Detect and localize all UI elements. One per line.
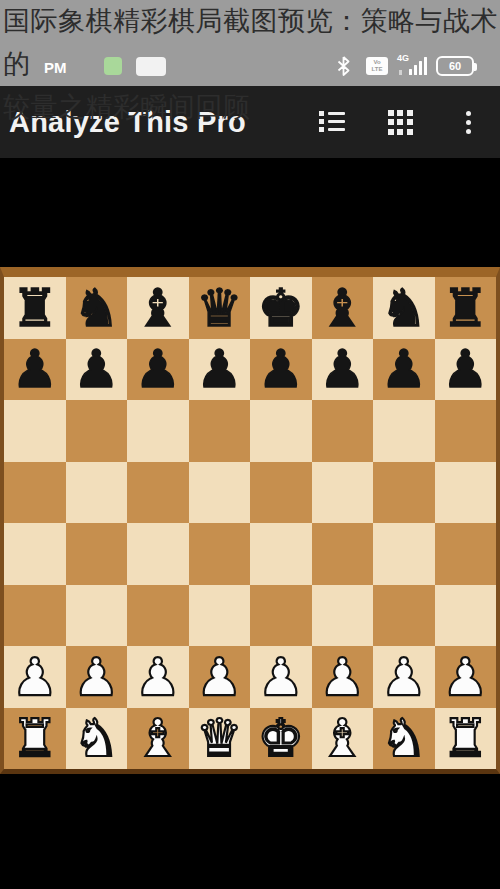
square-d2[interactable]: ♟ (189, 646, 251, 708)
square-e3[interactable] (250, 585, 312, 647)
caption-banner: PM Vo LTE 4G 60 国际象棋精彩棋局截 (0, 0, 500, 86)
square-g6[interactable] (373, 400, 435, 462)
square-b2[interactable]: ♟ (66, 646, 128, 708)
white-rook: ♜ (442, 712, 489, 764)
black-pawn: ♟ (257, 343, 304, 395)
white-king: ♚ (257, 712, 304, 764)
black-king: ♚ (257, 282, 304, 334)
white-pawn: ♟ (73, 651, 120, 703)
caption-line-1: 国际象棋精彩棋局截图预览：策略与战术的 (3, 0, 500, 86)
square-a4[interactable] (4, 523, 66, 585)
black-pawn: ♟ (380, 343, 427, 395)
chess-board: ♜♞♝♛♚♝♞♜♟♟♟♟♟♟♟♟♟♟♟♟♟♟♟♟♜♞♝♛♚♝♞♜ (0, 267, 500, 774)
square-f1[interactable]: ♝ (312, 708, 374, 770)
square-e7[interactable]: ♟ (250, 339, 312, 401)
white-pawn: ♟ (11, 651, 58, 703)
square-e5[interactable] (250, 462, 312, 524)
square-d6[interactable] (189, 400, 251, 462)
black-rook: ♜ (442, 282, 489, 334)
square-b7[interactable]: ♟ (66, 339, 128, 401)
square-d1[interactable]: ♛ (189, 708, 251, 770)
black-pawn: ♟ (11, 343, 58, 395)
black-pawn: ♟ (134, 343, 181, 395)
square-c5[interactable] (127, 462, 189, 524)
black-bishop: ♝ (134, 282, 181, 334)
square-b4[interactable] (66, 523, 128, 585)
square-d7[interactable]: ♟ (189, 339, 251, 401)
square-b1[interactable]: ♞ (66, 708, 128, 770)
square-h2[interactable]: ♟ (435, 646, 497, 708)
white-pawn: ♟ (442, 651, 489, 703)
square-b8[interactable]: ♞ (66, 277, 128, 339)
square-b6[interactable] (66, 400, 128, 462)
square-f2[interactable]: ♟ (312, 646, 374, 708)
square-g4[interactable] (373, 523, 435, 585)
black-knight: ♞ (73, 282, 120, 334)
white-pawn: ♟ (380, 651, 427, 703)
square-h8[interactable]: ♜ (435, 277, 497, 339)
square-d4[interactable] (189, 523, 251, 585)
white-knight: ♞ (380, 712, 427, 764)
square-e1[interactable]: ♚ (250, 708, 312, 770)
white-bishop: ♝ (134, 712, 181, 764)
white-rook: ♜ (11, 712, 58, 764)
square-g8[interactable]: ♞ (373, 277, 435, 339)
black-pawn: ♟ (442, 343, 489, 395)
black-queen: ♛ (196, 282, 243, 334)
square-c8[interactable]: ♝ (127, 277, 189, 339)
square-h3[interactable] (435, 585, 497, 647)
square-d3[interactable] (189, 585, 251, 647)
white-pawn: ♟ (319, 651, 366, 703)
white-pawn: ♟ (134, 651, 181, 703)
square-a2[interactable]: ♟ (4, 646, 66, 708)
black-pawn: ♟ (73, 343, 120, 395)
square-f5[interactable] (312, 462, 374, 524)
square-h1[interactable]: ♜ (435, 708, 497, 770)
square-c1[interactable]: ♝ (127, 708, 189, 770)
square-h7[interactable]: ♟ (435, 339, 497, 401)
square-f6[interactable] (312, 400, 374, 462)
square-h4[interactable] (435, 523, 497, 585)
black-pawn: ♟ (319, 343, 366, 395)
square-g1[interactable]: ♞ (373, 708, 435, 770)
square-d5[interactable] (189, 462, 251, 524)
square-d8[interactable]: ♛ (189, 277, 251, 339)
white-pawn: ♟ (196, 651, 243, 703)
square-g5[interactable] (373, 462, 435, 524)
square-e8[interactable]: ♚ (250, 277, 312, 339)
black-rook: ♜ (11, 282, 58, 334)
square-a1[interactable]: ♜ (4, 708, 66, 770)
white-knight: ♞ (73, 712, 120, 764)
square-a3[interactable] (4, 585, 66, 647)
black-bishop: ♝ (319, 282, 366, 334)
caption-text: 国际象棋精彩棋局截图预览：策略与战术的 较量之精彩瞬间回顾 (3, 0, 500, 129)
square-e2[interactable]: ♟ (250, 646, 312, 708)
square-f8[interactable]: ♝ (312, 277, 374, 339)
square-c4[interactable] (127, 523, 189, 585)
square-f7[interactable]: ♟ (312, 339, 374, 401)
black-pawn: ♟ (196, 343, 243, 395)
black-knight: ♞ (380, 282, 427, 334)
square-a7[interactable]: ♟ (4, 339, 66, 401)
square-g3[interactable] (373, 585, 435, 647)
square-c6[interactable] (127, 400, 189, 462)
square-c7[interactable]: ♟ (127, 339, 189, 401)
square-a8[interactable]: ♜ (4, 277, 66, 339)
square-f4[interactable] (312, 523, 374, 585)
board-grid: ♜♞♝♛♚♝♞♜♟♟♟♟♟♟♟♟♟♟♟♟♟♟♟♟♜♞♝♛♚♝♞♜ (4, 277, 496, 769)
square-b5[interactable] (66, 462, 128, 524)
white-pawn: ♟ (257, 651, 304, 703)
square-a6[interactable] (4, 400, 66, 462)
square-c2[interactable]: ♟ (127, 646, 189, 708)
white-queen: ♛ (196, 712, 243, 764)
square-e6[interactable] (250, 400, 312, 462)
square-a5[interactable] (4, 462, 66, 524)
phone-screen: PM Vo LTE 4G 60 国际象棋精彩棋局截 (0, 0, 500, 889)
square-g2[interactable]: ♟ (373, 646, 435, 708)
caption-line-2: 较量之精彩瞬间回顾 (3, 86, 500, 129)
square-h6[interactable] (435, 400, 497, 462)
white-bishop: ♝ (319, 712, 366, 764)
square-h5[interactable] (435, 462, 497, 524)
square-g7[interactable]: ♟ (373, 339, 435, 401)
square-f3[interactable] (312, 585, 374, 647)
square-c3[interactable] (127, 585, 189, 647)
square-e4[interactable] (250, 523, 312, 585)
square-b3[interactable] (66, 585, 128, 647)
